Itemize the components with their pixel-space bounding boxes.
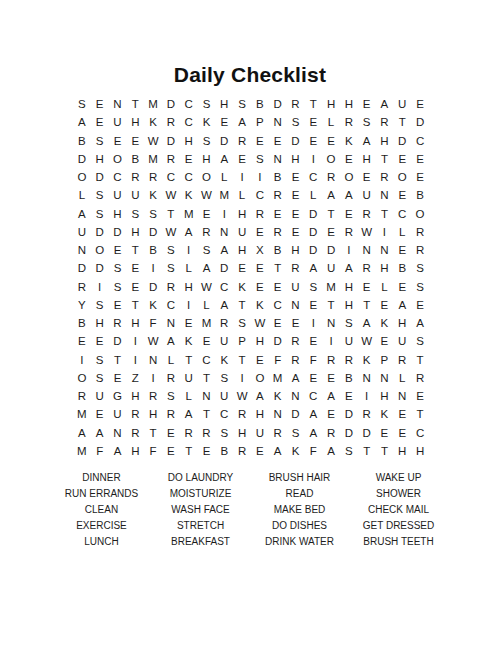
grid-cell[interactable]: K: [269, 387, 287, 405]
grid-cell[interactable]: R: [340, 223, 358, 241]
grid-cell[interactable]: R: [287, 95, 305, 113]
grid-cell[interactable]: T: [198, 369, 216, 387]
grid-cell[interactable]: P: [376, 351, 394, 369]
grid-cell[interactable]: D: [340, 424, 358, 442]
grid-cell[interactable]: E: [322, 369, 340, 387]
grid-cell[interactable]: H: [126, 314, 144, 332]
grid-cell[interactable]: H: [376, 387, 394, 405]
grid-cell[interactable]: T: [126, 241, 144, 259]
grid-cell[interactable]: K: [287, 442, 305, 460]
grid-cell[interactable]: C: [109, 168, 127, 186]
grid-cell[interactable]: C: [198, 351, 216, 369]
grid-cell[interactable]: E: [251, 223, 269, 241]
grid-cell[interactable]: D: [109, 223, 127, 241]
grid-cell[interactable]: O: [73, 369, 91, 387]
grid-cell[interactable]: K: [180, 186, 198, 204]
grid-cell[interactable]: A: [215, 296, 233, 314]
grid-cell[interactable]: H: [376, 132, 394, 150]
grid-cell[interactable]: C: [162, 296, 180, 314]
grid-cell[interactable]: N: [109, 95, 127, 113]
grid-cell[interactable]: G: [109, 387, 127, 405]
grid-cell[interactable]: N: [322, 314, 340, 332]
grid-cell[interactable]: A: [73, 205, 91, 223]
grid-cell[interactable]: D: [322, 241, 340, 259]
grid-cell[interactable]: B: [215, 442, 233, 460]
grid-cell[interactable]: S: [198, 241, 216, 259]
grid-cell[interactable]: B: [269, 241, 287, 259]
grid-cell[interactable]: U: [73, 223, 91, 241]
grid-cell[interactable]: E: [269, 314, 287, 332]
grid-cell[interactable]: H: [340, 95, 358, 113]
grid-cell[interactable]: E: [109, 241, 127, 259]
grid-cell[interactable]: A: [322, 387, 340, 405]
grid-cell[interactable]: E: [340, 205, 358, 223]
grid-cell[interactable]: T: [180, 351, 198, 369]
grid-cell[interactable]: S: [109, 278, 127, 296]
grid-cell[interactable]: S: [144, 205, 162, 223]
grid-cell[interactable]: D: [215, 259, 233, 277]
grid-cell[interactable]: N: [162, 314, 180, 332]
grid-cell[interactable]: E: [376, 296, 394, 314]
grid-cell[interactable]: W: [358, 332, 376, 350]
grid-cell[interactable]: E: [393, 150, 411, 168]
grid-cell[interactable]: R: [144, 168, 162, 186]
grid-cell[interactable]: L: [376, 278, 394, 296]
grid-cell[interactable]: L: [233, 186, 251, 204]
grid-cell[interactable]: D: [91, 259, 109, 277]
grid-cell[interactable]: E: [91, 95, 109, 113]
grid-cell[interactable]: C: [251, 186, 269, 204]
grid-cell[interactable]: O: [393, 168, 411, 186]
grid-cell[interactable]: S: [91, 205, 109, 223]
grid-cell[interactable]: C: [180, 168, 198, 186]
grid-cell[interactable]: R: [287, 259, 305, 277]
grid-cell[interactable]: R: [393, 351, 411, 369]
grid-cell[interactable]: E: [233, 259, 251, 277]
grid-cell[interactable]: B: [340, 369, 358, 387]
grid-cell[interactable]: R: [340, 113, 358, 131]
grid-cell[interactable]: S: [340, 314, 358, 332]
grid-cell[interactable]: L: [73, 186, 91, 204]
grid-cell[interactable]: E: [180, 150, 198, 168]
grid-cell[interactable]: H: [215, 95, 233, 113]
grid-cell[interactable]: H: [233, 424, 251, 442]
grid-cell[interactable]: S: [162, 259, 180, 277]
grid-cell[interactable]: O: [251, 369, 269, 387]
grid-cell[interactable]: D: [144, 278, 162, 296]
grid-cell[interactable]: E: [251, 351, 269, 369]
grid-cell[interactable]: D: [358, 424, 376, 442]
grid-cell[interactable]: D: [287, 405, 305, 423]
grid-cell[interactable]: S: [198, 95, 216, 113]
grid-cell[interactable]: R: [233, 442, 251, 460]
grid-cell[interactable]: S: [91, 132, 109, 150]
grid-cell[interactable]: E: [251, 278, 269, 296]
grid-cell[interactable]: E: [304, 369, 322, 387]
grid-cell[interactable]: D: [304, 241, 322, 259]
grid-cell[interactable]: E: [126, 259, 144, 277]
grid-cell[interactable]: S: [215, 369, 233, 387]
grid-cell[interactable]: S: [73, 95, 91, 113]
grid-cell[interactable]: R: [287, 332, 305, 350]
grid-cell[interactable]: I: [340, 241, 358, 259]
grid-cell[interactable]: C: [411, 424, 429, 442]
grid-cell[interactable]: A: [322, 442, 340, 460]
grid-cell[interactable]: L: [304, 186, 322, 204]
grid-cell[interactable]: E: [233, 150, 251, 168]
grid-cell[interactable]: E: [376, 332, 394, 350]
grid-cell[interactable]: H: [393, 442, 411, 460]
grid-cell[interactable]: A: [73, 424, 91, 442]
grid-cell[interactable]: U: [340, 332, 358, 350]
grid-cell[interactable]: E: [322, 405, 340, 423]
grid-cell[interactable]: U: [358, 186, 376, 204]
grid-cell[interactable]: D: [269, 95, 287, 113]
grid-cell[interactable]: U: [393, 332, 411, 350]
grid-cell[interactable]: D: [73, 150, 91, 168]
grid-cell[interactable]: A: [180, 405, 198, 423]
grid-cell[interactable]: C: [269, 296, 287, 314]
grid-cell[interactable]: E: [109, 296, 127, 314]
grid-cell[interactable]: H: [233, 241, 251, 259]
grid-cell[interactable]: E: [269, 132, 287, 150]
grid-cell[interactable]: T: [322, 296, 340, 314]
grid-cell[interactable]: T: [376, 150, 394, 168]
grid-cell[interactable]: L: [393, 369, 411, 387]
grid-cell[interactable]: N: [376, 186, 394, 204]
grid-cell[interactable]: R: [376, 113, 394, 131]
grid-cell[interactable]: H: [251, 405, 269, 423]
grid-cell[interactable]: U: [322, 259, 340, 277]
grid-cell[interactable]: I: [144, 259, 162, 277]
grid-cell[interactable]: T: [376, 442, 394, 460]
grid-cell[interactable]: T: [162, 205, 180, 223]
grid-cell[interactable]: A: [322, 186, 340, 204]
grid-cell[interactable]: H: [109, 205, 127, 223]
grid-cell[interactable]: N: [144, 351, 162, 369]
grid-cell[interactable]: N: [269, 150, 287, 168]
grid-cell[interactable]: P: [233, 332, 251, 350]
grid-cell[interactable]: E: [109, 132, 127, 150]
grid-cell[interactable]: U: [233, 223, 251, 241]
grid-cell[interactable]: H: [340, 296, 358, 314]
grid-cell[interactable]: M: [73, 405, 91, 423]
grid-cell[interactable]: A: [358, 314, 376, 332]
grid-cell[interactable]: H: [233, 205, 251, 223]
grid-cell[interactable]: D: [269, 332, 287, 350]
grid-cell[interactable]: R: [322, 424, 340, 442]
grid-cell[interactable]: E: [340, 150, 358, 168]
grid-cell[interactable]: E: [198, 205, 216, 223]
grid-cell[interactable]: R: [269, 223, 287, 241]
grid-cell[interactable]: T: [411, 351, 429, 369]
grid-cell[interactable]: I: [91, 278, 109, 296]
grid-cell[interactable]: W: [251, 314, 269, 332]
grid-cell[interactable]: R: [144, 387, 162, 405]
grid-cell[interactable]: H: [126, 387, 144, 405]
grid-cell[interactable]: R: [269, 186, 287, 204]
grid-cell[interactable]: U: [251, 424, 269, 442]
grid-cell[interactable]: L: [198, 296, 216, 314]
grid-cell[interactable]: S: [162, 387, 180, 405]
grid-cell[interactable]: A: [269, 442, 287, 460]
grid-cell[interactable]: E: [251, 442, 269, 460]
grid-cell[interactable]: I: [358, 387, 376, 405]
grid-cell[interactable]: U: [126, 186, 144, 204]
grid-cell[interactable]: N: [376, 241, 394, 259]
grid-cell[interactable]: R: [411, 241, 429, 259]
grid-cell[interactable]: C: [411, 132, 429, 150]
grid-cell[interactable]: N: [269, 405, 287, 423]
grid-cell[interactable]: A: [304, 424, 322, 442]
grid-cell[interactable]: T: [269, 259, 287, 277]
grid-cell[interactable]: E: [358, 95, 376, 113]
grid-cell[interactable]: W: [233, 387, 251, 405]
grid-cell[interactable]: D: [144, 223, 162, 241]
grid-cell[interactable]: R: [162, 405, 180, 423]
grid-cell[interactable]: M: [73, 442, 91, 460]
grid-cell[interactable]: U: [91, 387, 109, 405]
grid-cell[interactable]: E: [162, 442, 180, 460]
grid-cell[interactable]: E: [393, 424, 411, 442]
grid-cell[interactable]: R: [126, 424, 144, 442]
grid-cell[interactable]: E: [340, 387, 358, 405]
grid-cell[interactable]: I: [180, 296, 198, 314]
grid-cell[interactable]: R: [287, 351, 305, 369]
grid-cell[interactable]: U: [180, 369, 198, 387]
grid-cell[interactable]: I: [233, 369, 251, 387]
grid-cell[interactable]: T: [411, 405, 429, 423]
grid-cell[interactable]: F: [304, 351, 322, 369]
grid-cell[interactable]: S: [304, 278, 322, 296]
grid-cell[interactable]: H: [251, 332, 269, 350]
grid-cell[interactable]: M: [322, 278, 340, 296]
grid-cell[interactable]: H: [180, 132, 198, 150]
grid-cell[interactable]: R: [340, 351, 358, 369]
grid-cell[interactable]: H: [91, 150, 109, 168]
grid-cell[interactable]: E: [376, 424, 394, 442]
grid-cell[interactable]: I: [126, 332, 144, 350]
grid-cell[interactable]: T: [376, 205, 394, 223]
grid-cell[interactable]: A: [215, 241, 233, 259]
grid-cell[interactable]: F: [144, 442, 162, 460]
grid-cell[interactable]: E: [198, 442, 216, 460]
grid-cell[interactable]: B: [269, 168, 287, 186]
grid-cell[interactable]: R: [251, 205, 269, 223]
grid-cell[interactable]: D: [91, 223, 109, 241]
grid-cell[interactable]: H: [393, 314, 411, 332]
grid-cell[interactable]: S: [411, 332, 429, 350]
grid-cell[interactable]: H: [126, 442, 144, 460]
grid-cell[interactable]: H: [340, 278, 358, 296]
grid-cell[interactable]: B: [73, 314, 91, 332]
grid-cell[interactable]: W: [144, 332, 162, 350]
grid-cell[interactable]: E: [322, 223, 340, 241]
grid-cell[interactable]: E: [287, 186, 305, 204]
grid-cell[interactable]: D: [304, 205, 322, 223]
grid-cell[interactable]: R: [269, 424, 287, 442]
grid-cell[interactable]: B: [393, 259, 411, 277]
grid-cell[interactable]: K: [180, 332, 198, 350]
grid-cell[interactable]: S: [198, 132, 216, 150]
grid-cell[interactable]: R: [162, 369, 180, 387]
grid-cell[interactable]: H: [287, 241, 305, 259]
grid-cell[interactable]: E: [287, 168, 305, 186]
grid-cell[interactable]: D: [340, 405, 358, 423]
grid-cell[interactable]: A: [73, 113, 91, 131]
grid-cell[interactable]: L: [215, 168, 233, 186]
grid-cell[interactable]: U: [215, 387, 233, 405]
grid-cell[interactable]: E: [411, 387, 429, 405]
grid-cell[interactable]: H: [91, 314, 109, 332]
grid-cell[interactable]: E: [215, 113, 233, 131]
grid-cell[interactable]: C: [215, 405, 233, 423]
grid-cell[interactable]: C: [215, 278, 233, 296]
grid-cell[interactable]: S: [287, 113, 305, 131]
grid-cell[interactable]: F: [91, 442, 109, 460]
grid-cell[interactable]: E: [180, 314, 198, 332]
grid-cell[interactable]: E: [91, 113, 109, 131]
grid-cell[interactable]: Z: [126, 369, 144, 387]
grid-cell[interactable]: E: [287, 205, 305, 223]
grid-cell[interactable]: E: [91, 405, 109, 423]
grid-cell[interactable]: B: [73, 132, 91, 150]
grid-cell[interactable]: I: [233, 168, 251, 186]
grid-cell[interactable]: R: [358, 405, 376, 423]
grid-cell[interactable]: E: [269, 278, 287, 296]
grid-cell[interactable]: T: [393, 113, 411, 131]
grid-cell[interactable]: F: [304, 442, 322, 460]
grid-cell[interactable]: C: [180, 95, 198, 113]
grid-cell[interactable]: X: [251, 241, 269, 259]
grid-cell[interactable]: I: [322, 332, 340, 350]
grid-cell[interactable]: U: [393, 95, 411, 113]
grid-cell[interactable]: W: [144, 132, 162, 150]
grid-cell[interactable]: I: [73, 351, 91, 369]
grid-cell[interactable]: K: [198, 113, 216, 131]
grid-cell[interactable]: D: [91, 168, 109, 186]
grid-cell[interactable]: R: [162, 150, 180, 168]
grid-cell[interactable]: E: [109, 369, 127, 387]
grid-cell[interactable]: W: [358, 223, 376, 241]
grid-cell[interactable]: E: [393, 278, 411, 296]
grid-cell[interactable]: S: [233, 314, 251, 332]
grid-cell[interactable]: O: [411, 205, 429, 223]
grid-cell[interactable]: S: [233, 95, 251, 113]
grid-cell[interactable]: A: [411, 314, 429, 332]
grid-cell[interactable]: S: [91, 369, 109, 387]
grid-cell[interactable]: D: [287, 132, 305, 150]
grid-cell[interactable]: K: [144, 113, 162, 131]
grid-cell[interactable]: T: [358, 296, 376, 314]
grid-cell[interactable]: C: [162, 168, 180, 186]
grid-cell[interactable]: W: [162, 223, 180, 241]
grid-cell[interactable]: K: [144, 296, 162, 314]
grid-cell[interactable]: A: [358, 132, 376, 150]
grid-cell[interactable]: E: [322, 132, 340, 150]
grid-cell[interactable]: E: [269, 205, 287, 223]
grid-cell[interactable]: N: [358, 369, 376, 387]
grid-cell[interactable]: E: [251, 259, 269, 277]
grid-cell[interactable]: R: [198, 424, 216, 442]
grid-cell[interactable]: A: [376, 95, 394, 113]
grid-cell[interactable]: D: [215, 132, 233, 150]
grid-cell[interactable]: T: [109, 351, 127, 369]
grid-cell[interactable]: S: [251, 150, 269, 168]
grid-cell[interactable]: A: [340, 186, 358, 204]
grid-cell[interactable]: R: [109, 314, 127, 332]
grid-cell[interactable]: N: [358, 241, 376, 259]
grid-cell[interactable]: R: [411, 369, 429, 387]
grid-cell[interactable]: I: [126, 351, 144, 369]
grid-cell[interactable]: U: [109, 113, 127, 131]
grid-cell[interactable]: H: [180, 278, 198, 296]
grid-cell[interactable]: D: [73, 259, 91, 277]
grid-cell[interactable]: W: [198, 186, 216, 204]
grid-cell[interactable]: E: [411, 168, 429, 186]
grid-cell[interactable]: H: [358, 150, 376, 168]
grid-cell[interactable]: W: [198, 278, 216, 296]
grid-cell[interactable]: E: [126, 278, 144, 296]
grid-cell[interactable]: S: [358, 113, 376, 131]
grid-cell[interactable]: E: [91, 332, 109, 350]
grid-cell[interactable]: R: [233, 132, 251, 150]
grid-cell[interactable]: D: [411, 113, 429, 131]
grid-cell[interactable]: N: [109, 424, 127, 442]
grid-cell[interactable]: N: [287, 387, 305, 405]
grid-cell[interactable]: H: [126, 113, 144, 131]
grid-cell[interactable]: E: [162, 424, 180, 442]
grid-cell[interactable]: R: [358, 205, 376, 223]
grid-cell[interactable]: B: [251, 95, 269, 113]
grid-cell[interactable]: S: [411, 278, 429, 296]
grid-cell[interactable]: I: [180, 241, 198, 259]
grid-cell[interactable]: E: [393, 405, 411, 423]
grid-cell[interactable]: R: [322, 351, 340, 369]
grid-cell[interactable]: A: [287, 369, 305, 387]
grid-cell[interactable]: W: [162, 186, 180, 204]
grid-cell[interactable]: O: [340, 168, 358, 186]
grid-cell[interactable]: A: [304, 259, 322, 277]
grid-cell[interactable]: K: [340, 132, 358, 150]
grid-cell[interactable]: I: [251, 168, 269, 186]
grid-cell[interactable]: R: [322, 168, 340, 186]
grid-cell[interactable]: D: [304, 223, 322, 241]
grid-cell[interactable]: D: [162, 132, 180, 150]
grid-cell[interactable]: E: [287, 223, 305, 241]
grid-cell[interactable]: L: [322, 113, 340, 131]
grid-cell[interactable]: B: [126, 150, 144, 168]
grid-cell[interactable]: I: [304, 150, 322, 168]
grid-cell[interactable]: A: [233, 113, 251, 131]
grid-cell[interactable]: S: [126, 205, 144, 223]
grid-cell[interactable]: M: [269, 369, 287, 387]
grid-cell[interactable]: E: [358, 278, 376, 296]
grid-cell[interactable]: H: [322, 95, 340, 113]
grid-cell[interactable]: E: [198, 332, 216, 350]
grid-cell[interactable]: R: [126, 405, 144, 423]
grid-cell[interactable]: K: [233, 278, 251, 296]
grid-cell[interactable]: U: [109, 186, 127, 204]
grid-cell[interactable]: E: [126, 132, 144, 150]
grid-cell[interactable]: T: [304, 95, 322, 113]
grid-cell[interactable]: S: [109, 259, 127, 277]
grid-cell[interactable]: L: [393, 223, 411, 241]
grid-cell[interactable]: H: [144, 405, 162, 423]
grid-cell[interactable]: D: [109, 332, 127, 350]
grid-cell[interactable]: H: [198, 150, 216, 168]
grid-cell[interactable]: R: [215, 314, 233, 332]
